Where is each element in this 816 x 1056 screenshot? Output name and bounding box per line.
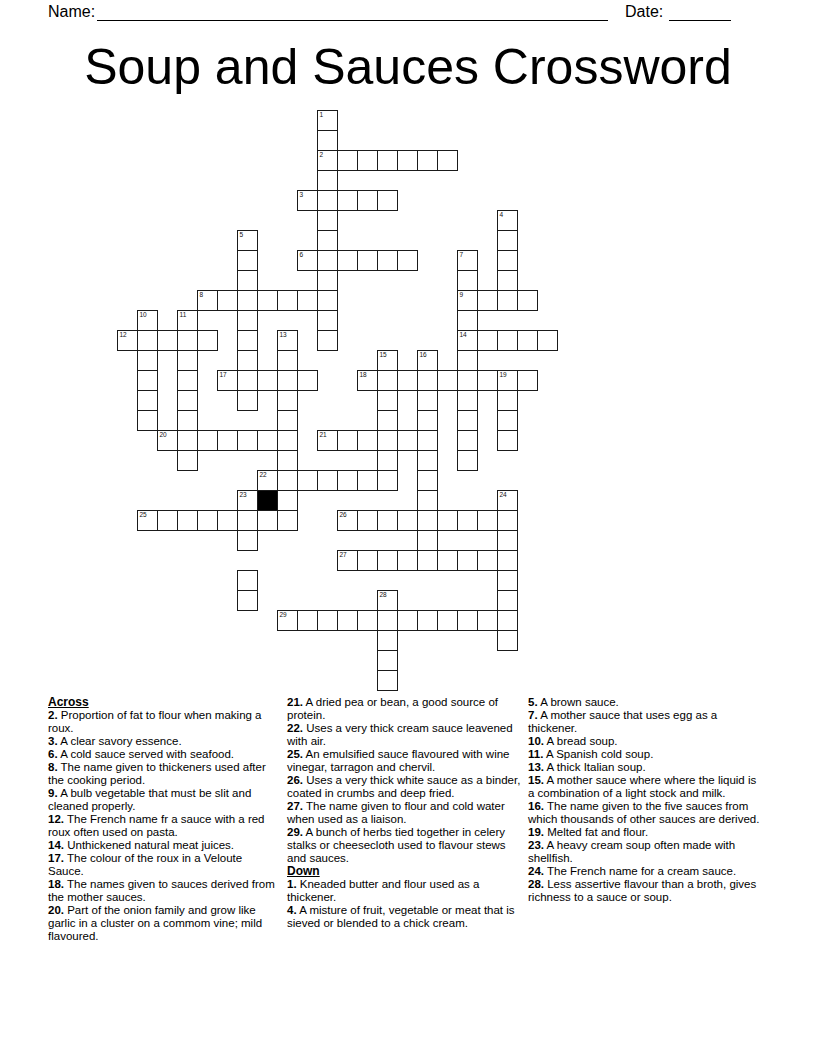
cell-number: 24 [500,491,507,499]
grid-cell[interactable] [417,390,438,411]
grid-cell[interactable] [377,190,398,211]
grid-cell[interactable] [377,670,398,691]
grid-cell[interactable]: 17 [217,370,238,391]
grid-cell[interactable] [137,330,158,351]
grid-cell[interactable] [277,370,298,391]
grid-cell[interactable]: 1 [317,110,338,131]
cell-number: 2 [320,151,324,159]
clue-item: 24. The French name for a cream sauce. [528,865,765,878]
grid-cell[interactable] [497,330,518,351]
grid-cell[interactable] [497,630,518,651]
clue-item: 1. Kneaded butter and flour used as a th… [287,878,523,904]
grid-cell[interactable] [377,630,398,651]
grid-cell[interactable] [457,370,478,391]
cell-number: 5 [240,231,244,239]
grid-cell[interactable]: 22 [257,470,278,491]
grid-cell[interactable] [237,330,258,351]
grid-cell[interactable] [257,430,278,451]
grid-cell[interactable] [477,370,498,391]
cell-number: 28 [380,591,387,599]
clue-item: 4. A misture of fruit, vegetable or meat… [287,904,523,930]
grid-cell[interactable] [417,610,438,631]
grid-cell[interactable]: 10 [137,310,158,331]
grid-cell[interactable] [377,370,398,391]
grid-cell[interactable] [237,510,258,531]
grid-cell[interactable] [357,550,378,571]
grid-cell[interactable] [417,150,438,171]
grid-cell[interactable] [357,430,378,451]
grid-cell[interactable] [317,230,338,251]
grid-cell[interactable] [497,550,518,571]
clue-item: 25. An emulsified sauce flavoured with w… [287,748,523,774]
cell-number: 10 [140,311,147,319]
grid-cell[interactable] [477,330,498,351]
clue-item: 6. A cold sauce served with seafood. [48,748,281,761]
clue-item: 10. A bread soup. [528,735,765,748]
page-title: Soup and Sauces Crossword [0,41,816,94]
grid-cell[interactable] [317,250,338,271]
grid-cell[interactable]: 25 [137,510,158,531]
grid-cell[interactable] [397,430,418,451]
grid-cell[interactable] [357,510,378,531]
grid-cell[interactable] [397,150,418,171]
grid-cell[interactable] [337,190,358,211]
name-fill-line[interactable] [97,1,608,21]
grid-cell[interactable] [477,550,498,571]
grid-cell[interactable] [237,430,258,451]
grid-cell[interactable] [497,590,518,611]
clue-item: 13. A thick Italian soup. [528,761,765,774]
clue-item: 26. Uses a very thick white sauce as a b… [287,774,523,800]
grid-cell[interactable] [257,510,278,531]
grid-cell[interactable] [137,390,158,411]
grid-cell[interactable] [357,470,378,491]
clue-column-1: Across2. Proportion of fat to flour when… [48,696,281,943]
grid-cell[interactable] [317,190,338,211]
grid-cell[interactable] [297,290,318,311]
grid-cell[interactable] [357,250,378,271]
clue-item: 8. The name given to thickeners used aft… [48,761,281,787]
grid-cell[interactable] [317,330,338,351]
grid-cell[interactable] [237,270,258,291]
grid-cell[interactable]: 6 [297,250,318,271]
grid-cell[interactable] [177,430,198,451]
name-label: Name: [48,3,95,21]
grid-cell[interactable] [297,470,318,491]
grid-cell[interactable] [497,250,518,271]
grid-cell[interactable] [497,230,518,251]
grid-cell[interactable] [237,570,258,591]
grid-cell[interactable] [337,430,358,451]
clue-item: 20. Part of the onion family and grow li… [48,904,281,943]
grid-cell[interactable] [337,470,358,491]
grid-cell[interactable] [197,510,218,531]
clue-section-header: Down [287,865,523,878]
grid-cell[interactable] [357,190,378,211]
cell-number: 18 [360,371,367,379]
grid-cell[interactable] [277,510,298,531]
clue-item: 28. Less assertive flavour than a broth,… [528,878,765,904]
grid-cell[interactable] [377,150,398,171]
grid-cell[interactable] [197,430,218,451]
grid-cell[interactable] [397,550,418,571]
grid-cell[interactable]: 2 [317,150,338,171]
clue-item: 15. A mother sauce where where the liqui… [528,774,765,800]
grid-cell[interactable] [377,510,398,531]
grid-cell[interactable] [237,250,258,271]
grid-cell[interactable] [497,390,518,411]
grid-cell[interactable] [397,250,418,271]
grid-cell[interactable] [497,430,518,451]
grid-cell[interactable] [217,430,238,451]
grid-cell[interactable] [497,410,518,431]
grid-cell[interactable] [417,470,438,491]
grid-cell[interactable]: 29 [277,610,298,631]
grid-cell[interactable] [317,210,338,231]
grid-cell[interactable] [257,370,278,391]
grid-cell[interactable] [177,350,198,371]
grid-cell[interactable] [457,450,478,471]
clue-item: 12. The French name fr a sauce with a re… [48,813,281,839]
grid-cell[interactable] [137,370,158,391]
grid-cell[interactable] [337,250,358,271]
grid-cell[interactable] [537,330,558,351]
grid-cell[interactable] [397,370,418,391]
grid-cell[interactable]: 15 [377,350,398,371]
grid-cell[interactable] [137,350,158,371]
grid-cell[interactable] [497,610,518,631]
grid-cell[interactable] [237,530,258,551]
crossword-grid: 1234567891011121314151617181920212223242… [117,110,558,691]
clue-item: 27. The name given to flour and cold wat… [287,800,523,826]
grid-cell[interactable] [317,170,338,191]
grid-cell[interactable] [277,390,298,411]
cell-number: 15 [380,351,387,359]
clue-item: 23. A heavy cream soup often made with s… [528,839,765,865]
grid-cell[interactable] [477,510,498,531]
grid-cell[interactable] [217,510,238,531]
grid-cell[interactable] [317,270,338,291]
clue-column-3: 5. A brown sauce.7. A mother sauce that … [528,696,765,904]
grid-cell[interactable]: 16 [417,350,438,371]
cell-number: 14 [460,331,467,339]
grid-cell[interactable] [157,510,178,531]
grid-cell[interactable]: 11 [177,310,198,331]
cell-number: 16 [420,351,427,359]
grid-cell[interactable] [377,250,398,271]
grid-cell[interactable] [457,410,478,431]
grid-cell[interactable] [317,130,338,151]
grid-cell[interactable] [377,450,398,471]
grid-cell[interactable] [437,510,458,531]
cell-number: 22 [260,471,267,479]
grid-cell[interactable] [457,430,478,451]
grid-cell[interactable] [457,610,478,631]
clue-item: 18. The names given to sauces derived fr… [48,878,281,904]
date-label: Date: [625,3,663,21]
grid-cell[interactable] [217,290,238,311]
grid-cell[interactable] [417,530,438,551]
grid-cell[interactable]: 3 [297,190,318,211]
grid-cell[interactable]: 9 [457,290,478,311]
cell-number: 7 [460,251,464,259]
grid-cell[interactable] [377,430,398,451]
grid-cell[interactable] [277,470,298,491]
grid-cell[interactable] [437,370,458,391]
grid-cell[interactable] [317,610,338,631]
grid-cell[interactable] [237,590,258,611]
grid-cell[interactable]: 12 [117,330,138,351]
cell-number: 26 [340,511,347,519]
clue-item: 11. A Spanish cold soup. [528,748,765,761]
clue-item: 2. Proportion of fat to flour when makin… [48,709,281,735]
grid-cell[interactable] [477,290,498,311]
grid-cell[interactable] [517,290,538,311]
grid-cell[interactable] [177,450,198,471]
clue-item: 3. A clear savory essence. [48,735,281,748]
grid-cell[interactable] [377,550,398,571]
grid-cell[interactable] [277,350,298,371]
grid-cell[interactable]: 5 [237,230,258,251]
cell-number: 29 [280,611,287,619]
grid-cell[interactable]: 14 [457,330,478,351]
clue-item: 7. A mother sauce that uses egg as a thi… [528,709,765,735]
grid-cell[interactable] [297,370,318,391]
clue-item: 9. A bulb vegetable that must be slit an… [48,787,281,813]
grid-cell[interactable] [237,390,258,411]
grid-cell[interactable] [177,330,198,351]
grid-cell[interactable] [257,290,278,311]
grid-cell[interactable] [197,330,218,351]
grid-cell[interactable]: 24 [497,490,518,511]
grid-cell[interactable] [317,290,338,311]
grid-cell[interactable] [177,510,198,531]
grid-cell[interactable] [457,550,478,571]
grid-cell[interactable] [277,490,298,511]
grid-cell[interactable] [157,330,178,351]
grid-cell[interactable] [277,430,298,451]
grid-cell[interactable] [437,610,458,631]
cell-number: 23 [240,491,247,499]
grid-cell[interactable] [317,470,338,491]
grid-cell[interactable] [457,390,478,411]
grid-cell[interactable] [357,150,378,171]
grid-cell[interactable]: 27 [337,550,358,571]
grid-cell[interactable] [457,310,478,331]
cell-number: 25 [140,511,147,519]
grid-cell[interactable]: 4 [497,210,518,231]
grid-cell[interactable] [497,270,518,291]
grid-cell[interactable] [277,410,298,431]
grid-cell[interactable] [177,370,198,391]
grid-cell[interactable] [437,150,458,171]
grid-cell[interactable] [277,450,298,471]
grid-cell[interactable]: 21 [317,430,338,451]
date-fill-line[interactable] [669,1,731,21]
cell-number: 21 [320,431,327,439]
grid-cell[interactable] [397,610,418,631]
grid-cell[interactable] [417,430,438,451]
grid-cell[interactable] [497,290,518,311]
grid-cell[interactable] [337,610,358,631]
grid-cell[interactable] [417,450,438,471]
grid-cell[interactable] [377,410,398,431]
cell-number: 4 [500,211,504,219]
clue-item: 21. A dried pea or bean, a good source o… [287,696,523,722]
grid-cell[interactable] [437,550,458,571]
grid-cell[interactable]: 7 [457,250,478,271]
grid-cell[interactable] [237,350,258,371]
cell-number: 3 [300,191,304,199]
cell-number: 27 [340,551,347,559]
grid-cell[interactable]: 28 [377,590,398,611]
grid-cell[interactable] [377,390,398,411]
cell-number: 20 [160,431,167,439]
grid-cell[interactable] [417,410,438,431]
clue-item: 5. A brown sauce. [528,696,765,709]
grid-cell[interactable] [377,650,398,671]
grid-cell[interactable] [277,290,298,311]
grid-cell[interactable] [237,310,258,331]
grid-cell[interactable] [477,610,498,631]
grid-cell[interactable] [517,370,538,391]
grid-cell[interactable]: 18 [357,370,378,391]
grid-cell[interactable]: 8 [197,290,218,311]
grid-cell[interactable] [317,310,338,331]
cell-number: 12 [120,331,127,339]
cell-number: 6 [300,251,304,259]
grid-cell[interactable] [517,330,538,351]
grid-cell[interactable] [417,490,438,511]
clue-item: 16. The name given to the five sauces fr… [528,800,765,826]
cell-number: 17 [220,371,227,379]
black-cell [257,490,278,511]
cell-number: 13 [280,331,287,339]
clue-item: 29. A bunch of herbs tied together in ce… [287,826,523,865]
grid-cell[interactable] [457,270,478,291]
grid-cell[interactable] [237,370,258,391]
grid-cell[interactable] [297,610,318,631]
grid-cell[interactable] [497,570,518,591]
grid-cell[interactable] [377,610,398,631]
grid-cell[interactable] [237,290,258,311]
grid-cell[interactable]: 23 [237,490,258,511]
grid-cell[interactable] [417,550,438,571]
clue-column-2: 21. A dried pea or bean, a good source o… [287,696,523,930]
grid-cell[interactable] [497,530,518,551]
grid-cell[interactable] [177,390,198,411]
grid-cell[interactable]: 20 [157,430,178,451]
grid-cell[interactable] [457,510,478,531]
grid-cell[interactable] [497,510,518,531]
grid-cell[interactable]: 19 [497,370,518,391]
grid-cell[interactable] [137,410,158,431]
grid-cell[interactable] [357,610,378,631]
cell-number: 8 [200,291,204,299]
grid-cell[interactable] [417,510,438,531]
grid-cell[interactable] [177,410,198,431]
grid-cell[interactable]: 13 [277,330,298,351]
cell-number: 19 [500,371,507,379]
clue-section-header: Across [48,696,281,709]
grid-cell[interactable] [397,510,418,531]
grid-cell[interactable]: 26 [337,510,358,531]
cell-number: 1 [320,111,324,119]
cell-number: 9 [460,291,464,299]
grid-cell[interactable] [337,150,358,171]
cell-number: 11 [180,311,187,319]
grid-cell[interactable] [417,370,438,391]
worksheet-header: Name: Date: [0,0,816,28]
grid-cell[interactable] [377,470,398,491]
clue-item: 22. Uses a very thick cream sauce leaven… [287,722,523,748]
clue-item: 19. Melted fat and flour. [528,826,765,839]
clue-item: 14. Unthickened natural meat juices. [48,839,281,852]
clue-item: 17. The colour of the roux in a Veloute … [48,852,281,878]
grid-cell[interactable] [457,350,478,371]
